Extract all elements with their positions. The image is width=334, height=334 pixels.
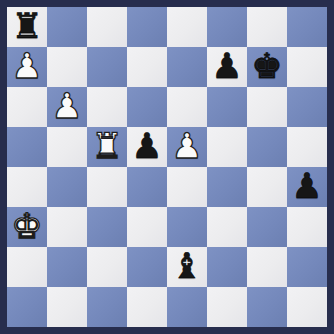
square-h3[interactable] [287,207,327,247]
square-d4[interactable] [127,167,167,207]
white-rook-c5[interactable]: ♜ [91,126,122,166]
square-c1[interactable] [87,287,127,327]
black-rook-a8[interactable]: ♜ [11,6,42,46]
square-g4[interactable] [247,167,287,207]
square-g7[interactable]: ♚ [247,47,287,87]
square-f4[interactable] [207,167,247,207]
board-frame: ♜♟♟♚♟♜♟♟♟♚♝ [0,0,334,334]
square-b3[interactable] [47,207,87,247]
square-h1[interactable] [287,287,327,327]
square-e6[interactable] [167,87,207,127]
square-f2[interactable] [207,247,247,287]
square-a8[interactable]: ♜ [7,7,47,47]
square-c3[interactable] [87,207,127,247]
square-f7[interactable]: ♟ [207,47,247,87]
square-c4[interactable] [87,167,127,207]
square-b8[interactable] [47,7,87,47]
square-a5[interactable] [7,127,47,167]
square-h5[interactable] [287,127,327,167]
white-pawn-a7[interactable]: ♟ [11,46,42,86]
square-e2[interactable]: ♝ [167,247,207,287]
black-pawn-h4[interactable]: ♟ [291,166,322,206]
white-pawn-b6[interactable]: ♟ [51,86,82,126]
square-b7[interactable] [47,47,87,87]
square-h6[interactable] [287,87,327,127]
square-d8[interactable] [127,7,167,47]
black-pawn-d5[interactable]: ♟ [131,126,162,166]
square-h2[interactable] [287,247,327,287]
square-d5[interactable]: ♟ [127,127,167,167]
square-d6[interactable] [127,87,167,127]
square-c5[interactable]: ♜ [87,127,127,167]
square-a4[interactable] [7,167,47,207]
square-g8[interactable] [247,7,287,47]
square-e1[interactable] [167,287,207,327]
square-g2[interactable] [247,247,287,287]
square-a7[interactable]: ♟ [7,47,47,87]
square-g1[interactable] [247,287,287,327]
chess-board: ♜♟♟♚♟♜♟♟♟♚♝ [7,7,327,327]
square-f8[interactable] [207,7,247,47]
black-bishop-e2[interactable]: ♝ [171,246,202,286]
square-b5[interactable] [47,127,87,167]
square-a3[interactable]: ♚ [7,207,47,247]
square-e7[interactable] [167,47,207,87]
square-h8[interactable] [287,7,327,47]
square-c7[interactable] [87,47,127,87]
square-g3[interactable] [247,207,287,247]
square-b2[interactable] [47,247,87,287]
square-f3[interactable] [207,207,247,247]
white-king-a3[interactable]: ♚ [11,206,42,246]
square-a6[interactable] [7,87,47,127]
square-c2[interactable] [87,247,127,287]
square-g5[interactable] [247,127,287,167]
square-b1[interactable] [47,287,87,327]
square-g6[interactable] [247,87,287,127]
square-b6[interactable]: ♟ [47,87,87,127]
square-d7[interactable] [127,47,167,87]
square-e3[interactable] [167,207,207,247]
square-c8[interactable] [87,7,127,47]
square-e5[interactable]: ♟ [167,127,207,167]
square-a2[interactable] [7,247,47,287]
black-pawn-f7[interactable]: ♟ [211,46,242,86]
square-f5[interactable] [207,127,247,167]
square-d1[interactable] [127,287,167,327]
square-a1[interactable] [7,287,47,327]
square-h4[interactable]: ♟ [287,167,327,207]
square-d3[interactable] [127,207,167,247]
square-f6[interactable] [207,87,247,127]
square-c6[interactable] [87,87,127,127]
square-e8[interactable] [167,7,207,47]
square-e4[interactable] [167,167,207,207]
square-b4[interactable] [47,167,87,207]
white-pawn-e5[interactable]: ♟ [171,126,202,166]
square-h7[interactable] [287,47,327,87]
square-d2[interactable] [127,247,167,287]
square-f1[interactable] [207,287,247,327]
black-king-g7[interactable]: ♚ [251,46,282,86]
